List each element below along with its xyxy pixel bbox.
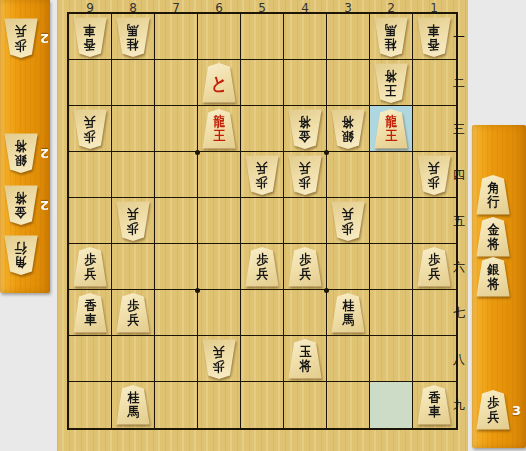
- square-99[interactable]: [69, 382, 112, 428]
- piece-kanji: 兵: [84, 115, 96, 129]
- piece-kanji: 桂: [342, 299, 354, 313]
- piece-kanji: 玉: [299, 345, 311, 359]
- piece-kanji: 将: [487, 277, 499, 291]
- hand-gote-silver[interactable]: 銀将2: [4, 131, 49, 175]
- square-65[interactable]: [198, 198, 241, 244]
- square-73[interactable]: [155, 106, 198, 152]
- piece-kanji: 香: [84, 37, 96, 51]
- bishop-piece-face: 角行: [4, 235, 38, 275]
- square-74[interactable]: [155, 152, 198, 198]
- piece-gote-lance[interactable]: 香車: [417, 17, 451, 57]
- square-64[interactable]: [198, 152, 241, 198]
- square-58[interactable]: [241, 336, 284, 382]
- piece-sente-pawn[interactable]: 歩兵: [417, 247, 451, 287]
- pawn-piece-face: 歩兵: [245, 247, 279, 287]
- piece-kanji: 歩: [256, 253, 268, 267]
- piece-kanji: 歩: [84, 253, 96, 267]
- pawn-piece-face: 歩兵: [4, 18, 38, 58]
- piece-kanji: 桂: [385, 37, 397, 51]
- knight-piece-face: 桂馬: [116, 17, 150, 57]
- dragon-piece-face: 龍王: [202, 109, 236, 149]
- piece-kanji: 将: [299, 359, 311, 373]
- rank-label-2: 二: [451, 75, 467, 92]
- piece-kanji: 車: [84, 23, 96, 37]
- rank-label-4: 四: [451, 167, 467, 184]
- piece-gote-lance[interactable]: 香車: [73, 17, 107, 57]
- piece-kanji: 将: [385, 69, 397, 83]
- square-76[interactable]: [155, 244, 198, 290]
- square-29[interactable]: [370, 382, 413, 428]
- square-82[interactable]: [112, 60, 155, 106]
- silver-piece-face: 銀将: [4, 133, 38, 173]
- hand-gote-bishop[interactable]: 角行: [4, 233, 38, 277]
- pawn-piece-face: 歩兵: [288, 155, 322, 195]
- piece-kanji: 歩: [84, 129, 96, 143]
- piece-kanji: 龍: [385, 115, 397, 129]
- piece-kanji: 兵: [127, 313, 139, 327]
- bishop-piece-face: 角行: [476, 175, 510, 215]
- file-label-3: 3: [327, 1, 370, 15]
- square-92[interactable]: [69, 60, 112, 106]
- square-53[interactable]: [241, 106, 284, 152]
- piece-kanji: 歩: [428, 253, 440, 267]
- piece-sente-pawn[interactable]: 歩兵: [476, 390, 510, 430]
- piece-gote-knight[interactable]: 桂馬: [374, 17, 408, 57]
- piece-kanji: 角: [15, 255, 27, 269]
- square-95[interactable]: [69, 198, 112, 244]
- piece-kanji: 金: [299, 129, 311, 143]
- hand-count-gote-gold: 2: [40, 198, 49, 213]
- square-17[interactable]: [413, 290, 456, 336]
- piece-kanji: 歩: [256, 175, 268, 189]
- piece-gote-pawn[interactable]: 歩兵: [417, 155, 451, 195]
- silver-piece-face: 銀将: [476, 257, 510, 297]
- gold-piece-face: 金将: [4, 185, 38, 225]
- piece-sente-knight[interactable]: 桂馬: [116, 385, 150, 425]
- square-88[interactable]: [112, 336, 155, 382]
- piece-kanji: 兵: [342, 207, 354, 221]
- piece-gote-bishop[interactable]: 角行: [4, 235, 38, 275]
- hand-sente-pawn[interactable]: 歩兵3: [476, 388, 521, 432]
- hand-gote-pawn[interactable]: 歩兵2: [4, 16, 49, 60]
- piece-kanji: 将: [299, 115, 311, 129]
- piece-kanji: 将: [15, 139, 27, 153]
- pawn-piece-face: 歩兵: [245, 155, 279, 195]
- square-84[interactable]: [112, 152, 155, 198]
- hoshi-dot: [195, 150, 200, 155]
- piece-kanji: と: [211, 74, 228, 93]
- hand-count-sente-pawn: 3: [512, 403, 521, 418]
- pawn-piece-face: 歩兵: [73, 109, 107, 149]
- rank-label-1: 一: [451, 29, 467, 46]
- file-label-7: 7: [155, 1, 198, 15]
- piece-sente-lance[interactable]: 香車: [73, 293, 107, 333]
- shogi-app: 歩兵2銀将2金将2角行 香車桂馬桂馬香車王将と歩兵龍王金将銀将龍王歩兵歩兵歩兵歩…: [0, 0, 526, 451]
- square-36[interactable]: [327, 244, 370, 290]
- piece-sente-lance[interactable]: 香車: [417, 385, 451, 425]
- pawn-piece-face: 歩兵: [116, 293, 150, 333]
- square-94[interactable]: [69, 152, 112, 198]
- square-55[interactable]: [241, 198, 284, 244]
- knight-piece-face: 桂馬: [374, 17, 408, 57]
- piece-kanji: 香: [84, 299, 96, 313]
- hoshi-dot: [195, 288, 200, 293]
- square-15[interactable]: [413, 198, 456, 244]
- piece-gote-pawn[interactable]: 歩兵: [202, 339, 236, 379]
- piece-sente-dragon[interactable]: 龍王: [374, 109, 408, 149]
- square-27[interactable]: [370, 290, 413, 336]
- piece-kanji: 車: [428, 23, 440, 37]
- piece-kanji: 将: [487, 237, 499, 251]
- piece-gote-knight[interactable]: 桂馬: [116, 17, 150, 57]
- square-31[interactable]: [327, 14, 370, 60]
- piece-kanji: 兵: [127, 207, 139, 221]
- piece-sente-tokin[interactable]: と: [202, 63, 236, 103]
- square-42[interactable]: [284, 60, 327, 106]
- file-label-2: 2: [370, 1, 413, 15]
- pawn-piece-face: 歩兵: [476, 390, 510, 430]
- piece-kanji: 香: [428, 37, 440, 51]
- square-32[interactable]: [327, 60, 370, 106]
- piece-gote-pawn[interactable]: 歩兵: [331, 201, 365, 241]
- piece-kanji: 馬: [385, 23, 397, 37]
- piece-kanji: 王: [385, 129, 397, 143]
- piece-kanji: 兵: [84, 267, 96, 281]
- file-label-4: 4: [284, 1, 327, 15]
- piece-kanji: 歩: [127, 299, 139, 313]
- piece-kanji: 歩: [213, 359, 225, 373]
- square-13[interactable]: [413, 106, 456, 152]
- square-75[interactable]: [155, 198, 198, 244]
- hoshi-dot: [324, 150, 329, 155]
- square-52[interactable]: [241, 60, 284, 106]
- piece-kanji: 歩: [15, 38, 27, 52]
- square-83[interactable]: [112, 106, 155, 152]
- piece-kanji: 銀: [342, 129, 354, 143]
- square-34[interactable]: [327, 152, 370, 198]
- piece-kanji: 馬: [127, 23, 139, 37]
- piece-gote-pawn[interactable]: 歩兵: [116, 201, 150, 241]
- square-71[interactable]: [155, 14, 198, 60]
- rank-label-6: 六: [451, 259, 467, 276]
- hoshi-dot: [324, 288, 329, 293]
- piece-gote-pawn[interactable]: 歩兵: [245, 155, 279, 195]
- square-98[interactable]: [69, 336, 112, 382]
- piece-kanji: 車: [428, 405, 440, 419]
- gold-piece-face: 金将: [288, 109, 322, 149]
- piece-gote-gold[interactable]: 金将: [4, 185, 38, 225]
- square-78[interactable]: [155, 336, 198, 382]
- pawn-piece-face: 歩兵: [73, 247, 107, 287]
- square-41[interactable]: [284, 14, 327, 60]
- square-69[interactable]: [198, 382, 241, 428]
- piece-kanji: 香: [428, 391, 440, 405]
- square-86[interactable]: [112, 244, 155, 290]
- piece-kanji: 兵: [428, 267, 440, 281]
- square-47[interactable]: [284, 290, 327, 336]
- piece-kanji: 王: [385, 83, 397, 97]
- square-26[interactable]: [370, 244, 413, 290]
- piece-kanji: 歩: [428, 175, 440, 189]
- gold-piece-face: 金将: [476, 217, 510, 257]
- rank-label-3: 三: [451, 121, 467, 138]
- pawn-piece-face: 歩兵: [288, 247, 322, 287]
- square-67[interactable]: [198, 290, 241, 336]
- piece-kanji: 馬: [127, 405, 139, 419]
- square-49[interactable]: [284, 382, 327, 428]
- lance-piece-face: 香車: [417, 385, 451, 425]
- pawn-piece-face: 歩兵: [116, 201, 150, 241]
- piece-sente-dragon[interactable]: 龍王: [202, 109, 236, 149]
- piece-kanji: 桂: [127, 37, 139, 51]
- shogi-board: 香車桂馬桂馬香車王将と歩兵龍王金将銀将龍王歩兵歩兵歩兵歩兵歩兵歩兵歩兵歩兵歩兵香…: [57, 0, 468, 451]
- hand-sente-bishop[interactable]: 角行: [476, 173, 510, 217]
- king-piece-face: 玉将: [288, 339, 322, 379]
- piece-kanji: 兵: [256, 267, 268, 281]
- lance-piece-face: 香車: [73, 293, 107, 333]
- piece-kanji: 兵: [299, 161, 311, 175]
- file-label-6: 6: [198, 1, 241, 15]
- piece-kanji: 兵: [213, 345, 225, 359]
- piece-gote-pawn[interactable]: 歩兵: [288, 155, 322, 195]
- piece-sente-bishop[interactable]: 角行: [476, 175, 510, 215]
- file-label-1: 1: [413, 1, 456, 15]
- piece-kanji: 車: [84, 313, 96, 327]
- hand-sente-gold[interactable]: 金将: [476, 215, 510, 259]
- piece-kanji: 銀: [15, 153, 27, 167]
- file-label-9: 9: [69, 1, 112, 15]
- square-24[interactable]: [370, 152, 413, 198]
- rank-label-5: 五: [451, 213, 467, 230]
- pawn-piece-face: 歩兵: [331, 201, 365, 241]
- piece-kanji: 馬: [342, 313, 354, 327]
- piece-kanji: 金: [15, 205, 27, 219]
- dragon-piece-face: 龍王: [374, 109, 408, 149]
- pawn-piece-face: 歩兵: [417, 155, 451, 195]
- square-51[interactable]: [241, 14, 284, 60]
- file-label-8: 8: [112, 1, 155, 15]
- piece-sente-pawn[interactable]: 歩兵: [245, 247, 279, 287]
- piece-kanji: 歩: [342, 221, 354, 235]
- piece-kanji: 行: [15, 241, 27, 255]
- gote-hand-stand: 歩兵2銀将2金将2角行: [0, 0, 50, 293]
- piece-kanji: 行: [487, 195, 499, 209]
- piece-kanji: 兵: [256, 161, 268, 175]
- square-66[interactable]: [198, 244, 241, 290]
- lance-piece-face: 香車: [417, 17, 451, 57]
- piece-kanji: 兵: [299, 267, 311, 281]
- piece-kanji: 兵: [428, 161, 440, 175]
- square-77[interactable]: [155, 290, 198, 336]
- square-39[interactable]: [327, 382, 370, 428]
- piece-gote-silver[interactable]: 銀将: [331, 109, 365, 149]
- square-79[interactable]: [155, 382, 198, 428]
- piece-sente-king[interactable]: 玉将: [288, 339, 322, 379]
- square-28[interactable]: [370, 336, 413, 382]
- square-61[interactable]: [198, 14, 241, 60]
- knight-piece-face: 桂馬: [116, 385, 150, 425]
- piece-sente-knight[interactable]: 桂馬: [331, 293, 365, 333]
- piece-sente-silver[interactable]: 銀将: [476, 257, 510, 297]
- piece-sente-gold[interactable]: 金将: [476, 217, 510, 257]
- piece-kanji: 銀: [487, 263, 499, 277]
- piece-kanji: 歩: [127, 221, 139, 235]
- piece-kanji: 将: [342, 115, 354, 129]
- rank-label-9: 九: [451, 397, 467, 414]
- piece-kanji: 歩: [299, 175, 311, 189]
- square-38[interactable]: [327, 336, 370, 382]
- rank-label-7: 七: [451, 305, 467, 322]
- piece-sente-pawn[interactable]: 歩兵: [73, 247, 107, 287]
- piece-sente-pawn[interactable]: 歩兵: [288, 247, 322, 287]
- square-59[interactable]: [241, 382, 284, 428]
- piece-kanji: 兵: [15, 24, 27, 38]
- pawn-piece-face: 歩兵: [202, 339, 236, 379]
- hand-sente-silver[interactable]: 銀将: [476, 255, 510, 299]
- piece-kanji: 角: [487, 181, 499, 195]
- hand-gote-gold[interactable]: 金将2: [4, 183, 49, 227]
- rank-label-8: 八: [451, 351, 467, 368]
- square-18[interactable]: [413, 336, 456, 382]
- piece-sente-pawn[interactable]: 歩兵: [116, 293, 150, 333]
- piece-kanji: 歩: [487, 396, 499, 410]
- square-72[interactable]: [155, 60, 198, 106]
- square-45[interactable]: [284, 198, 327, 244]
- square-57[interactable]: [241, 290, 284, 336]
- hand-count-gote-silver: 2: [40, 146, 49, 161]
- board-grid: 香車桂馬桂馬香車王将と歩兵龍王金将銀将龍王歩兵歩兵歩兵歩兵歩兵歩兵歩兵歩兵歩兵香…: [67, 12, 458, 430]
- piece-gote-pawn[interactable]: 歩兵: [4, 18, 38, 58]
- silver-piece-face: 銀将: [331, 109, 365, 149]
- piece-kanji: 金: [487, 223, 499, 237]
- lance-piece-face: 香車: [73, 17, 107, 57]
- knight-piece-face: 桂馬: [331, 293, 365, 333]
- file-label-5: 5: [241, 1, 284, 15]
- piece-kanji: 将: [15, 191, 27, 205]
- piece-kanji: 歩: [299, 253, 311, 267]
- piece-kanji: 兵: [487, 410, 499, 424]
- pawn-piece-face: 歩兵: [417, 247, 451, 287]
- piece-kanji: 桂: [127, 391, 139, 405]
- sente-hand-stand: 角行金将銀将歩兵3: [472, 125, 526, 448]
- square-25[interactable]: [370, 198, 413, 244]
- hand-count-gote-pawn: 2: [40, 31, 49, 46]
- piece-gote-silver[interactable]: 銀将: [4, 133, 38, 173]
- piece-kanji: 王: [213, 129, 225, 143]
- king-piece-face: 王将: [374, 63, 408, 103]
- tokin-piece-face: と: [202, 63, 236, 103]
- piece-gote-gold[interactable]: 金将: [288, 109, 322, 149]
- piece-gote-king[interactable]: 王将: [374, 63, 408, 103]
- piece-gote-pawn[interactable]: 歩兵: [73, 109, 107, 149]
- piece-kanji: 龍: [213, 115, 225, 129]
- square-12[interactable]: [413, 60, 456, 106]
